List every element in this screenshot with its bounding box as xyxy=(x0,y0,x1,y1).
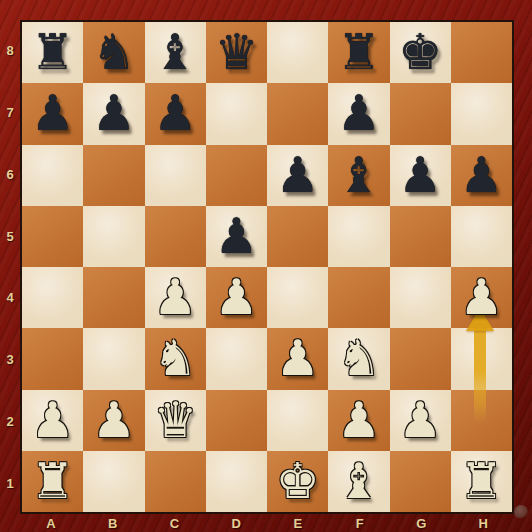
square-c7[interactable]: ♟ xyxy=(145,83,206,144)
square-h4[interactable]: ♟ xyxy=(451,267,512,328)
square-f4[interactable] xyxy=(328,267,389,328)
square-f3[interactable]: ♞ xyxy=(328,328,389,389)
last-move-arrow-shaft xyxy=(474,328,486,423)
square-h7[interactable] xyxy=(451,83,512,144)
square-a3[interactable] xyxy=(22,328,83,389)
file-label-e: E xyxy=(267,514,329,532)
square-d2[interactable] xyxy=(206,390,267,451)
square-a6[interactable] xyxy=(22,145,83,206)
square-d7[interactable] xyxy=(206,83,267,144)
square-a8[interactable]: ♜ xyxy=(22,22,83,83)
rank-label-4: 4 xyxy=(0,267,20,329)
board-frame: 87654321 ♜♞♝♛♜♚♟♟♟♟♟♝♟♟♟♟♟♟♞♟♞♟♟♛♟♟♜♚♝♜ … xyxy=(0,0,532,532)
rank-label-3: 3 xyxy=(0,329,20,391)
square-h5[interactable] xyxy=(451,206,512,267)
rank-label-8: 8 xyxy=(0,20,20,82)
piece-white-pawn[interactable]: ♟ xyxy=(31,396,75,445)
piece-white-rook[interactable]: ♜ xyxy=(459,457,503,506)
file-label-d: D xyxy=(205,514,267,532)
square-g8[interactable]: ♚ xyxy=(390,22,451,83)
square-d8[interactable]: ♛ xyxy=(206,22,267,83)
rank-label-1: 1 xyxy=(0,452,20,514)
square-c6[interactable] xyxy=(145,145,206,206)
piece-white-pawn[interactable]: ♟ xyxy=(337,396,381,445)
piece-white-pawn[interactable]: ♟ xyxy=(276,334,320,383)
square-g4[interactable] xyxy=(390,267,451,328)
square-c8[interactable]: ♝ xyxy=(145,22,206,83)
square-a2[interactable]: ♟ xyxy=(22,390,83,451)
square-f1[interactable]: ♝ xyxy=(328,451,389,512)
piece-black-bishop[interactable]: ♝ xyxy=(337,151,381,200)
piece-black-bishop[interactable]: ♝ xyxy=(153,28,197,77)
rank-label-7: 7 xyxy=(0,82,20,144)
rank-label-5: 5 xyxy=(0,205,20,267)
piece-black-queen[interactable]: ♛ xyxy=(214,28,258,77)
square-c5[interactable] xyxy=(145,206,206,267)
square-c3[interactable]: ♞ xyxy=(145,328,206,389)
square-f7[interactable]: ♟ xyxy=(328,83,389,144)
square-b1[interactable] xyxy=(83,451,144,512)
square-g1[interactable] xyxy=(390,451,451,512)
piece-white-king[interactable]: ♚ xyxy=(276,457,320,506)
square-e6[interactable]: ♟ xyxy=(267,145,328,206)
rank-label-2: 2 xyxy=(0,391,20,453)
square-e3[interactable]: ♟ xyxy=(267,328,328,389)
piece-black-pawn[interactable]: ♟ xyxy=(31,89,75,138)
square-d6[interactable] xyxy=(206,145,267,206)
file-label-h: H xyxy=(452,514,514,532)
piece-white-knight[interactable]: ♞ xyxy=(337,334,381,383)
watermark-dot xyxy=(514,505,528,519)
square-d4[interactable]: ♟ xyxy=(206,267,267,328)
piece-black-pawn[interactable]: ♟ xyxy=(276,151,320,200)
file-label-b: B xyxy=(82,514,144,532)
square-e8[interactable] xyxy=(267,22,328,83)
rank-label-6: 6 xyxy=(0,144,20,206)
piece-black-pawn[interactable]: ♟ xyxy=(214,212,258,261)
piece-white-pawn[interactable]: ♟ xyxy=(214,273,258,322)
piece-black-king[interactable]: ♚ xyxy=(398,28,442,77)
square-a5[interactable] xyxy=(22,206,83,267)
piece-black-pawn[interactable]: ♟ xyxy=(92,89,136,138)
square-b4[interactable] xyxy=(83,267,144,328)
square-g3[interactable] xyxy=(390,328,451,389)
square-g2[interactable]: ♟ xyxy=(390,390,451,451)
square-e2[interactable] xyxy=(267,390,328,451)
square-c2[interactable]: ♛ xyxy=(145,390,206,451)
square-b2[interactable]: ♟ xyxy=(83,390,144,451)
piece-black-pawn[interactable]: ♟ xyxy=(459,151,503,200)
square-c1[interactable] xyxy=(145,451,206,512)
square-a7[interactable]: ♟ xyxy=(22,83,83,144)
chess-board[interactable]: ♜♞♝♛♜♚♟♟♟♟♟♝♟♟♟♟♟♟♞♟♞♟♟♛♟♟♜♚♝♜ xyxy=(20,20,514,514)
piece-black-rook[interactable]: ♜ xyxy=(337,28,381,77)
piece-white-pawn[interactable]: ♟ xyxy=(398,396,442,445)
square-g6[interactable]: ♟ xyxy=(390,145,451,206)
file-label-f: F xyxy=(329,514,391,532)
file-label-a: A xyxy=(20,514,82,532)
square-d1[interactable] xyxy=(206,451,267,512)
file-label-c: C xyxy=(144,514,206,532)
piece-black-pawn[interactable]: ♟ xyxy=(398,151,442,200)
square-b5[interactable] xyxy=(83,206,144,267)
square-c4[interactable]: ♟ xyxy=(145,267,206,328)
piece-white-queen[interactable]: ♛ xyxy=(153,396,197,445)
rank-labels: 87654321 xyxy=(0,20,20,514)
square-d5[interactable]: ♟ xyxy=(206,206,267,267)
square-d3[interactable] xyxy=(206,328,267,389)
square-h1[interactable]: ♜ xyxy=(451,451,512,512)
piece-black-pawn[interactable]: ♟ xyxy=(337,89,381,138)
square-f5[interactable] xyxy=(328,206,389,267)
square-f8[interactable]: ♜ xyxy=(328,22,389,83)
piece-white-pawn[interactable]: ♟ xyxy=(459,273,503,322)
file-labels: ABCDEFGH xyxy=(20,514,514,532)
square-h6[interactable]: ♟ xyxy=(451,145,512,206)
square-g7[interactable] xyxy=(390,83,451,144)
square-a1[interactable]: ♜ xyxy=(22,451,83,512)
file-label-g: G xyxy=(391,514,453,532)
square-g5[interactable] xyxy=(390,206,451,267)
piece-white-bishop[interactable]: ♝ xyxy=(337,457,381,506)
square-b8[interactable]: ♞ xyxy=(83,22,144,83)
square-f6[interactable]: ♝ xyxy=(328,145,389,206)
piece-white-pawn[interactable]: ♟ xyxy=(92,396,136,445)
square-e7[interactable] xyxy=(267,83,328,144)
piece-black-knight[interactable]: ♞ xyxy=(92,28,136,77)
square-a4[interactable] xyxy=(22,267,83,328)
square-h8[interactable] xyxy=(451,22,512,83)
piece-black-rook[interactable]: ♜ xyxy=(31,28,75,77)
square-f2[interactable]: ♟ xyxy=(328,390,389,451)
piece-black-pawn[interactable]: ♟ xyxy=(153,89,197,138)
square-e1[interactable]: ♚ xyxy=(267,451,328,512)
square-b3[interactable] xyxy=(83,328,144,389)
square-b6[interactable] xyxy=(83,145,144,206)
piece-white-pawn[interactable]: ♟ xyxy=(153,273,197,322)
square-e4[interactable] xyxy=(267,267,328,328)
piece-white-knight[interactable]: ♞ xyxy=(153,334,197,383)
piece-white-rook[interactable]: ♜ xyxy=(31,457,75,506)
square-e5[interactable] xyxy=(267,206,328,267)
square-b7[interactable]: ♟ xyxy=(83,83,144,144)
